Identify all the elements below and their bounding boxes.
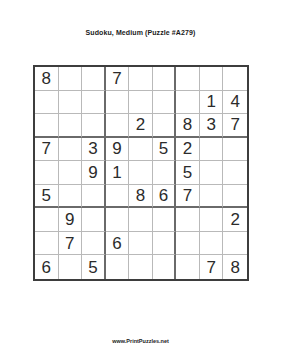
- cell-r2c1[interactable]: [35, 91, 59, 115]
- cell-r3c3[interactable]: [82, 114, 106, 138]
- cell-r2c4[interactable]: [106, 91, 130, 115]
- cell-r2c7[interactable]: [176, 91, 200, 115]
- cell-r9c1[interactable]: 6: [35, 255, 59, 279]
- cell-r8c1[interactable]: [35, 232, 59, 256]
- cell-r5c4[interactable]: 1: [106, 161, 130, 185]
- cell-r3c8[interactable]: 3: [200, 114, 224, 138]
- cell-r1c5[interactable]: [129, 67, 153, 91]
- cell-r8c4[interactable]: 6: [106, 232, 130, 256]
- cell-r5c6[interactable]: [153, 161, 177, 185]
- cell-r8c2[interactable]: 7: [59, 232, 83, 256]
- cell-r1c3[interactable]: [82, 67, 106, 91]
- puzzle-title: Sudoku, Medium (Puzzle #A279): [0, 29, 281, 36]
- cell-r3c5[interactable]: 2: [129, 114, 153, 138]
- cell-r2c9[interactable]: 4: [223, 91, 247, 115]
- cell-r4c8[interactable]: [200, 138, 224, 162]
- cell-r6c3[interactable]: [82, 185, 106, 209]
- cell-r9c6[interactable]: [153, 255, 177, 279]
- cell-r1c9[interactable]: [223, 67, 247, 91]
- cell-r3c9[interactable]: 7: [223, 114, 247, 138]
- cell-r1c8[interactable]: [200, 67, 224, 91]
- cell-r9c2[interactable]: [59, 255, 83, 279]
- cell-r6c6[interactable]: 6: [153, 185, 177, 209]
- cell-r2c5[interactable]: [129, 91, 153, 115]
- cell-r3c6[interactable]: [153, 114, 177, 138]
- cell-r1c1[interactable]: 8: [35, 67, 59, 91]
- cell-r1c2[interactable]: [59, 67, 83, 91]
- cell-r3c1[interactable]: [35, 114, 59, 138]
- cell-r3c7[interactable]: 8: [176, 114, 200, 138]
- cell-r7c2[interactable]: 9: [59, 208, 83, 232]
- cell-r1c7[interactable]: [176, 67, 200, 91]
- cell-r9c8[interactable]: 7: [200, 255, 224, 279]
- cell-r9c9[interactable]: 8: [223, 255, 247, 279]
- cell-r5c5[interactable]: [129, 161, 153, 185]
- cell-r7c6[interactable]: [153, 208, 177, 232]
- cell-r5c1[interactable]: [35, 161, 59, 185]
- cell-r4c6[interactable]: 5: [153, 138, 177, 162]
- cell-r3c4[interactable]: [106, 114, 130, 138]
- cell-r7c1[interactable]: [35, 208, 59, 232]
- cell-r6c7[interactable]: 7: [176, 185, 200, 209]
- cell-r6c8[interactable]: [200, 185, 224, 209]
- cell-r9c3[interactable]: 5: [82, 255, 106, 279]
- cell-r5c7[interactable]: 5: [176, 161, 200, 185]
- cell-r4c4[interactable]: 9: [106, 138, 130, 162]
- cell-r6c9[interactable]: [223, 185, 247, 209]
- cell-r4c5[interactable]: [129, 138, 153, 162]
- cell-r5c9[interactable]: [223, 161, 247, 185]
- cell-r2c6[interactable]: [153, 91, 177, 115]
- sudoku-board: 8714283773952915586792766578: [33, 65, 249, 281]
- cell-r4c1[interactable]: 7: [35, 138, 59, 162]
- cell-r8c6[interactable]: [153, 232, 177, 256]
- cell-r1c6[interactable]: [153, 67, 177, 91]
- cell-r9c4[interactable]: [106, 255, 130, 279]
- cell-r6c1[interactable]: 5: [35, 185, 59, 209]
- cell-r2c3[interactable]: [82, 91, 106, 115]
- cell-r8c9[interactable]: [223, 232, 247, 256]
- cell-r8c7[interactable]: [176, 232, 200, 256]
- cell-r9c5[interactable]: [129, 255, 153, 279]
- cell-r3c2[interactable]: [59, 114, 83, 138]
- cell-r4c7[interactable]: 2: [176, 138, 200, 162]
- footer-url[interactable]: www.PrintPuzzles.net: [0, 338, 281, 344]
- cell-r7c9[interactable]: 2: [223, 208, 247, 232]
- cell-r4c2[interactable]: [59, 138, 83, 162]
- cell-r8c8[interactable]: [200, 232, 224, 256]
- cell-r5c3[interactable]: 9: [82, 161, 106, 185]
- cell-r4c3[interactable]: 3: [82, 138, 106, 162]
- cell-r7c3[interactable]: [82, 208, 106, 232]
- puzzle-page: Sudoku, Medium (Puzzle #A279) 8714283773…: [0, 0, 281, 363]
- cell-r5c2[interactable]: [59, 161, 83, 185]
- cell-r8c3[interactable]: [82, 232, 106, 256]
- cell-r2c2[interactable]: [59, 91, 83, 115]
- cell-r2c8[interactable]: 1: [200, 91, 224, 115]
- cell-r7c8[interactable]: [200, 208, 224, 232]
- cell-r8c5[interactable]: [129, 232, 153, 256]
- cell-r1c4[interactable]: 7: [106, 67, 130, 91]
- cell-r6c5[interactable]: 8: [129, 185, 153, 209]
- cell-r5c8[interactable]: [200, 161, 224, 185]
- cell-r9c7[interactable]: [176, 255, 200, 279]
- cell-r6c4[interactable]: [106, 185, 130, 209]
- cell-r7c5[interactable]: [129, 208, 153, 232]
- cell-r6c2[interactable]: [59, 185, 83, 209]
- cell-r7c4[interactable]: [106, 208, 130, 232]
- cell-r7c7[interactable]: [176, 208, 200, 232]
- cell-r4c9[interactable]: [223, 138, 247, 162]
